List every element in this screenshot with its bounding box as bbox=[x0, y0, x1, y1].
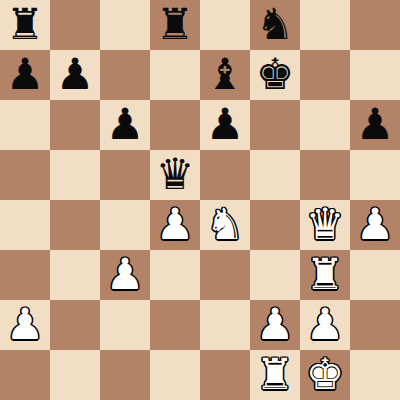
square-c6[interactable]: ♟ bbox=[100, 100, 150, 150]
piece-black-king: ♚ bbox=[256, 53, 295, 96]
square-e3[interactable] bbox=[200, 250, 250, 300]
square-e2[interactable] bbox=[200, 300, 250, 350]
square-h7[interactable] bbox=[350, 50, 400, 100]
square-h2[interactable] bbox=[350, 300, 400, 350]
square-a2[interactable]: ♟ bbox=[0, 300, 50, 350]
square-b6[interactable] bbox=[50, 100, 100, 150]
square-e7[interactable]: ♝ bbox=[200, 50, 250, 100]
piece-white-pawn: ♟ bbox=[306, 303, 345, 346]
piece-black-rook: ♜ bbox=[156, 3, 195, 46]
square-a4[interactable] bbox=[0, 200, 50, 250]
square-b5[interactable] bbox=[50, 150, 100, 200]
square-d5[interactable]: ♛ bbox=[150, 150, 200, 200]
square-e6[interactable]: ♟ bbox=[200, 100, 250, 150]
square-h3[interactable] bbox=[350, 250, 400, 300]
square-e8[interactable] bbox=[200, 0, 250, 50]
piece-black-knight: ♞ bbox=[256, 3, 295, 46]
square-d1[interactable] bbox=[150, 350, 200, 400]
square-b4[interactable] bbox=[50, 200, 100, 250]
piece-white-king: ♚ bbox=[306, 353, 345, 396]
square-a5[interactable] bbox=[0, 150, 50, 200]
piece-white-pawn: ♟ bbox=[6, 303, 45, 346]
piece-white-knight: ♞ bbox=[206, 203, 245, 246]
piece-white-pawn: ♟ bbox=[156, 203, 195, 246]
square-d3[interactable] bbox=[150, 250, 200, 300]
square-g6[interactable] bbox=[300, 100, 350, 150]
square-e5[interactable] bbox=[200, 150, 250, 200]
square-b8[interactable] bbox=[50, 0, 100, 50]
piece-white-pawn: ♟ bbox=[356, 203, 395, 246]
piece-white-pawn: ♟ bbox=[256, 303, 295, 346]
square-c4[interactable] bbox=[100, 200, 150, 250]
square-a6[interactable] bbox=[0, 100, 50, 150]
square-h6[interactable]: ♟ bbox=[350, 100, 400, 150]
piece-black-pawn: ♟ bbox=[106, 103, 145, 146]
square-h5[interactable] bbox=[350, 150, 400, 200]
piece-black-pawn: ♟ bbox=[56, 53, 95, 96]
square-g1[interactable]: ♚ bbox=[300, 350, 350, 400]
square-f6[interactable] bbox=[250, 100, 300, 150]
square-f4[interactable] bbox=[250, 200, 300, 250]
square-g2[interactable]: ♟ bbox=[300, 300, 350, 350]
square-c3[interactable]: ♟ bbox=[100, 250, 150, 300]
square-g8[interactable] bbox=[300, 0, 350, 50]
square-f5[interactable] bbox=[250, 150, 300, 200]
square-d7[interactable] bbox=[150, 50, 200, 100]
piece-white-rook: ♜ bbox=[256, 353, 295, 396]
square-g4[interactable]: ♛ bbox=[300, 200, 350, 250]
square-h4[interactable]: ♟ bbox=[350, 200, 400, 250]
square-a8[interactable]: ♜ bbox=[0, 0, 50, 50]
square-c2[interactable] bbox=[100, 300, 150, 350]
square-c8[interactable] bbox=[100, 0, 150, 50]
piece-white-queen: ♛ bbox=[306, 203, 345, 246]
piece-black-rook: ♜ bbox=[6, 3, 45, 46]
square-d8[interactable]: ♜ bbox=[150, 0, 200, 50]
square-f1[interactable]: ♜ bbox=[250, 350, 300, 400]
square-c7[interactable] bbox=[100, 50, 150, 100]
square-b7[interactable]: ♟ bbox=[50, 50, 100, 100]
square-b2[interactable] bbox=[50, 300, 100, 350]
chess-board: ♜♜♞♟♟♝♚♟♟♟♛♟♞♛♟♟♜♟♟♟♜♚ bbox=[0, 0, 400, 400]
square-f8[interactable]: ♞ bbox=[250, 0, 300, 50]
square-d6[interactable] bbox=[150, 100, 200, 150]
square-a1[interactable] bbox=[0, 350, 50, 400]
square-a7[interactable]: ♟ bbox=[0, 50, 50, 100]
square-f2[interactable]: ♟ bbox=[250, 300, 300, 350]
square-d4[interactable]: ♟ bbox=[150, 200, 200, 250]
square-c5[interactable] bbox=[100, 150, 150, 200]
square-g7[interactable] bbox=[300, 50, 350, 100]
piece-white-rook: ♜ bbox=[306, 253, 345, 296]
piece-black-queen: ♛ bbox=[156, 153, 195, 196]
square-b3[interactable] bbox=[50, 250, 100, 300]
square-g3[interactable]: ♜ bbox=[300, 250, 350, 300]
piece-black-pawn: ♟ bbox=[6, 53, 45, 96]
square-h1[interactable] bbox=[350, 350, 400, 400]
square-b1[interactable] bbox=[50, 350, 100, 400]
piece-black-bishop: ♝ bbox=[206, 53, 245, 96]
piece-black-pawn: ♟ bbox=[206, 103, 245, 146]
square-e1[interactable] bbox=[200, 350, 250, 400]
square-c1[interactable] bbox=[100, 350, 150, 400]
square-f7[interactable]: ♚ bbox=[250, 50, 300, 100]
square-h8[interactable] bbox=[350, 0, 400, 50]
piece-white-pawn: ♟ bbox=[106, 253, 145, 296]
square-a3[interactable] bbox=[0, 250, 50, 300]
square-f3[interactable] bbox=[250, 250, 300, 300]
square-d2[interactable] bbox=[150, 300, 200, 350]
square-g5[interactable] bbox=[300, 150, 350, 200]
square-e4[interactable]: ♞ bbox=[200, 200, 250, 250]
piece-black-pawn: ♟ bbox=[356, 103, 395, 146]
